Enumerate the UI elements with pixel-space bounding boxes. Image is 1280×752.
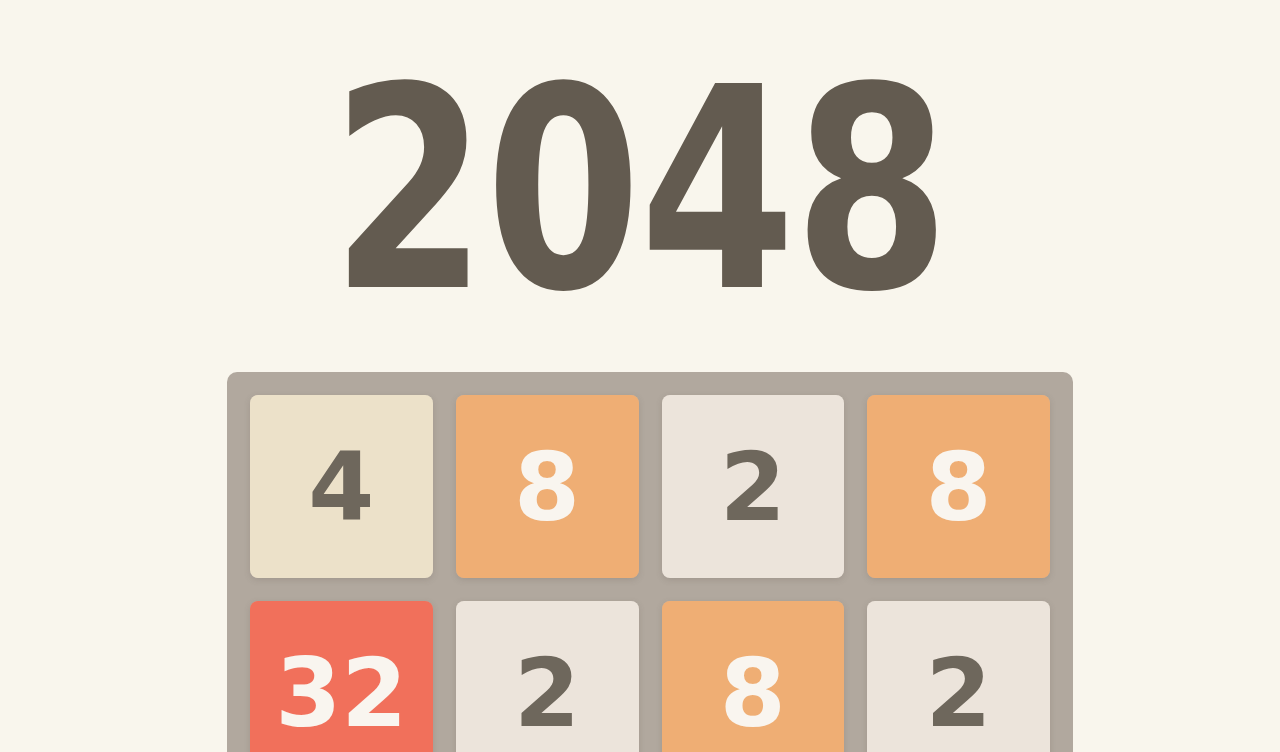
game-page: 2048 482832282 (0, 0, 1280, 752)
board-cell: 8 (867, 395, 1050, 578)
board[interactable]: 482832282 (227, 372, 1073, 752)
tile-4: 4 (250, 395, 433, 578)
board-cell: 8 (456, 395, 639, 578)
board-cell: 2 (867, 601, 1050, 752)
board-cell: 4 (250, 395, 433, 578)
game-title: 2048 (331, 50, 948, 330)
tile-2: 2 (662, 395, 845, 578)
tile-8: 8 (867, 395, 1050, 578)
tile-8: 8 (662, 601, 845, 752)
tile-8: 8 (456, 395, 639, 578)
tile-32: 32 (250, 601, 433, 752)
tile-2: 2 (456, 601, 639, 752)
board-cell: 2 (456, 601, 639, 752)
board-cell: 32 (250, 601, 433, 752)
tile-2: 2 (867, 601, 1050, 752)
board-cell: 2 (662, 395, 845, 578)
board-cell: 8 (662, 601, 845, 752)
